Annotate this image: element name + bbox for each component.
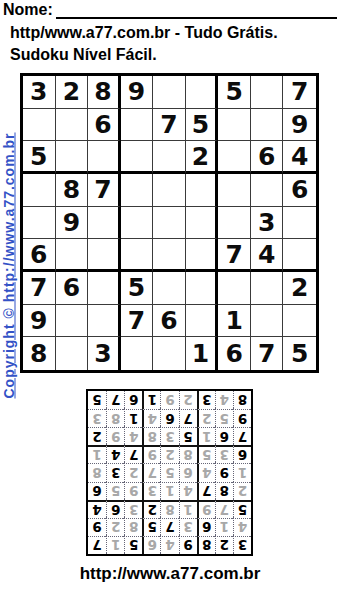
solution-cell-r4c4: 4 (179, 482, 197, 500)
solution-cell-r5c8: 3 (106, 463, 124, 481)
solution-cell-r6c8: 4 (106, 445, 124, 463)
cell-r8c5[interactable]: 6 (153, 305, 186, 338)
cell-r4c3[interactable]: 7 (88, 174, 121, 207)
solution-cell-r4c5: 1 (160, 482, 178, 500)
solution-cell-r9c9: 5 (88, 391, 106, 409)
solution-cell-r5c2: 9 (215, 463, 233, 481)
solution-cell-r9c5: 9 (160, 391, 178, 409)
cell-r1c2[interactable]: 2 (56, 76, 89, 109)
solution-cell-r8c2: 5 (215, 409, 233, 427)
solution-cell-r6c5: 2 (160, 445, 178, 463)
solution-cell-r5c3: 4 (197, 463, 215, 481)
cell-r9c5[interactable] (153, 337, 186, 370)
solution-cell-r2c7: 8 (124, 518, 142, 536)
cell-r2c9[interactable]: 9 (283, 109, 316, 142)
solution-cell-r4c9: 6 (88, 482, 106, 500)
cell-r6c9[interactable] (283, 239, 316, 272)
solution-cell-r4c1: 2 (233, 482, 251, 500)
solution-cell-r6c1: 6 (233, 445, 251, 463)
sudoku-grid: 328957675952648769367476529761831675 (20, 73, 319, 373)
solution-cell-r6c4: 8 (179, 445, 197, 463)
cell-r1c4[interactable]: 9 (121, 76, 154, 109)
solution-cell-r3c2: 7 (215, 500, 233, 518)
cell-r2c8[interactable] (251, 109, 284, 142)
solution-cell-r7c8: 9 (106, 427, 124, 445)
cell-r1c8[interactable] (251, 76, 284, 109)
solution-cell-r1c4: 9 (179, 536, 197, 554)
cell-r6c5[interactable] (153, 239, 186, 272)
name-label: Nome: (3, 1, 53, 19)
name-underline (56, 2, 337, 19)
cell-r3c2[interactable] (56, 141, 89, 174)
cell-r9c2[interactable] (56, 337, 89, 370)
solution-cell-r3c3: 9 (197, 500, 215, 518)
solution-cell-r6c6: 9 (142, 445, 160, 463)
cell-r9c6[interactable]: 1 (186, 337, 219, 370)
cell-r2c1[interactable] (23, 109, 56, 142)
cell-r5c7[interactable] (218, 207, 251, 240)
cell-r5c4[interactable] (121, 207, 154, 240)
solution-cell-r7c9: 2 (88, 427, 106, 445)
cell-r3c9[interactable]: 4 (283, 141, 316, 174)
cell-r4c1[interactable] (23, 174, 56, 207)
solution-cell-r7c1: 7 (233, 427, 251, 445)
solution-cell-r3c8: 6 (106, 500, 124, 518)
cell-r2c4[interactable] (121, 109, 154, 142)
cell-r8c9[interactable] (283, 305, 316, 338)
cell-r6c4[interactable] (121, 239, 154, 272)
cell-r4c4[interactable] (121, 174, 154, 207)
cell-r6c6[interactable] (186, 239, 219, 272)
solution-cell-r7c7: 4 (124, 427, 142, 445)
solution-cell-r4c6: 3 (142, 482, 160, 500)
solution-cell-r5c7: 2 (124, 463, 142, 481)
cell-r9c9[interactable]: 5 (283, 337, 316, 370)
solution-cell-r9c8: 7 (106, 391, 124, 409)
solution-cell-r9c6: 1 (142, 391, 160, 409)
solution-cell-r3c6: 2 (142, 500, 160, 518)
solution-cell-r8c3: 2 (197, 409, 215, 427)
cell-r4c2[interactable]: 8 (56, 174, 89, 207)
cell-r8c2[interactable] (56, 305, 89, 338)
solution-cell-r2c6: 5 (142, 518, 160, 536)
cell-r2c5[interactable]: 7 (153, 109, 186, 142)
cell-r5c2[interactable]: 9 (56, 207, 89, 240)
cell-r2c3[interactable]: 6 (88, 109, 121, 142)
solution-cell-r9c4: 2 (179, 391, 197, 409)
cell-r2c7[interactable] (218, 109, 251, 142)
cell-r1c6[interactable] (186, 76, 219, 109)
solution-cell-r1c5: 4 (160, 536, 178, 554)
solution-cell-r1c1: 3 (233, 536, 251, 554)
solution-cell-r2c2: 1 (215, 518, 233, 536)
cell-r9c7[interactable]: 6 (218, 337, 251, 370)
solution-cell-r3c9: 4 (88, 500, 106, 518)
solution-cell-r6c2: 3 (215, 445, 233, 463)
cell-r3c8[interactable]: 6 (251, 141, 284, 174)
cell-r8c8[interactable] (251, 305, 284, 338)
cell-r4c8[interactable] (251, 174, 284, 207)
solution-cell-r2c3: 6 (197, 518, 215, 536)
cell-r6c7[interactable]: 7 (218, 239, 251, 272)
cell-r4c5[interactable] (153, 174, 186, 207)
cell-r7c8[interactable] (251, 272, 284, 305)
solution-cell-r7c5: 3 (160, 427, 178, 445)
solution-cell-r3c7: 3 (124, 500, 142, 518)
solution-cell-r5c4: 6 (179, 463, 197, 481)
cell-r1c7[interactable]: 5 (218, 76, 251, 109)
solution-cell-r5c6: 7 (142, 463, 160, 481)
cell-r8c3[interactable] (88, 305, 121, 338)
cell-r8c4[interactable]: 7 (121, 305, 154, 338)
solution-cell-r1c7: 5 (124, 536, 142, 554)
cell-r3c1[interactable]: 5 (23, 141, 56, 174)
cell-r7c1[interactable]: 7 (23, 272, 56, 305)
cell-r9c4[interactable] (121, 337, 154, 370)
cell-r6c1[interactable]: 6 (23, 239, 56, 272)
solution-cell-r2c5: 7 (160, 518, 178, 536)
cell-r5c6[interactable] (186, 207, 219, 240)
solution-cell-r3c4: 1 (179, 500, 197, 518)
cell-r6c8[interactable]: 4 (251, 239, 284, 272)
cell-r5c3[interactable] (88, 207, 121, 240)
copyright-vertical-text: Copyright © http://www.a77.com.br (1, 86, 18, 446)
cell-r8c6[interactable] (186, 305, 219, 338)
solution-cell-r1c3: 8 (197, 536, 215, 554)
solution-cell-r7c2: 6 (215, 427, 233, 445)
solution-cell-r4c3: 7 (197, 482, 215, 500)
solution-grid: 3289465174163758295791823642874139561946… (86, 389, 253, 556)
cell-r1c5[interactable] (153, 76, 186, 109)
solution-cell-r1c9: 7 (88, 536, 106, 554)
solution-cell-r8c6: 4 (142, 409, 160, 427)
solution-cell-r2c4: 3 (179, 518, 197, 536)
cell-r7c2[interactable]: 6 (56, 272, 89, 305)
cell-r3c7[interactable] (218, 141, 251, 174)
solution-cell-r8c7: 1 (124, 409, 142, 427)
solution-cell-r2c8: 2 (106, 518, 124, 536)
cell-r7c9[interactable]: 2 (283, 272, 316, 305)
cell-r4c6[interactable] (186, 174, 219, 207)
solution-cell-r4c2: 8 (215, 482, 233, 500)
solution-cell-r9c2: 4 (215, 391, 233, 409)
cell-r3c4[interactable] (121, 141, 154, 174)
cell-r5c9[interactable] (283, 207, 316, 240)
solution-cell-r8c5: 6 (160, 409, 178, 427)
solution-cell-r7c3: 1 (197, 427, 215, 445)
solution-cell-r1c2: 2 (215, 536, 233, 554)
solution-cell-r6c7: 7 (124, 445, 142, 463)
solution-cell-r9c3: 3 (197, 391, 215, 409)
name-row: Nome: (3, 1, 337, 19)
solution-cell-r9c1: 8 (233, 391, 251, 409)
cell-r8c1[interactable]: 9 (23, 305, 56, 338)
site-title: http/www.a77.com.br - Tudo Grátis. (10, 24, 278, 42)
cell-r3c5[interactable] (153, 141, 186, 174)
solution-cell-r2c1: 4 (233, 518, 251, 536)
solution-cell-r6c3: 5 (197, 445, 215, 463)
cell-r7c7[interactable] (218, 272, 251, 305)
solution-cell-r1c8: 1 (106, 536, 124, 554)
cell-r2c2[interactable] (56, 109, 89, 142)
cell-r4c9[interactable]: 6 (283, 174, 316, 207)
cell-r5c5[interactable] (153, 207, 186, 240)
page: Nome: http/www.a77.com.br - Tudo Grátis.… (0, 0, 340, 596)
cell-r6c2[interactable] (56, 239, 89, 272)
puzzle-level-title: Sudoku Nível Fácil. (10, 46, 157, 64)
solution-cell-r6c9: 1 (88, 445, 106, 463)
solution-cell-r8c1: 9 (233, 409, 251, 427)
solution-cell-r9c7: 6 (124, 391, 142, 409)
cell-r9c8[interactable]: 7 (251, 337, 284, 370)
cell-r7c6[interactable] (186, 272, 219, 305)
solution-cell-r2c9: 9 (88, 518, 106, 536)
cell-r1c3[interactable]: 8 (88, 76, 121, 109)
solution-cell-r5c5: 5 (160, 463, 178, 481)
cell-r1c9[interactable]: 7 (283, 76, 316, 109)
cell-r9c3[interactable]: 3 (88, 337, 121, 370)
cell-r3c6[interactable]: 2 (186, 141, 219, 174)
cell-r3c3[interactable] (88, 141, 121, 174)
solution-cell-r7c6: 8 (142, 427, 160, 445)
cell-r7c5[interactable] (153, 272, 186, 305)
solution-cell-r3c1: 5 (233, 500, 251, 518)
solution-cell-r1c6: 6 (142, 536, 160, 554)
solution-cell-r4c7: 9 (124, 482, 142, 500)
cell-r7c3[interactable] (88, 272, 121, 305)
cell-r2c6[interactable]: 5 (186, 109, 219, 142)
cell-r6c3[interactable] (88, 239, 121, 272)
solution-cell-r4c8: 5 (106, 482, 124, 500)
solution-cell-r8c8: 8 (106, 409, 124, 427)
solution-cell-r8c4: 7 (179, 409, 197, 427)
solution-cell-r7c4: 5 (179, 427, 197, 445)
cell-r9c1[interactable]: 8 (23, 337, 56, 370)
cell-r1c1[interactable]: 3 (23, 76, 56, 109)
solution-cell-r5c1: 1 (233, 463, 251, 481)
cell-r5c1[interactable] (23, 207, 56, 240)
cell-r4c7[interactable] (218, 174, 251, 207)
solution-cell-r8c9: 3 (88, 409, 106, 427)
solution-cell-r3c5: 8 (160, 500, 178, 518)
footer-url: http://www.a77.com.br (0, 564, 340, 584)
solution-cell-r5c9: 8 (88, 463, 106, 481)
cell-r7c4[interactable]: 5 (121, 272, 154, 305)
cell-r5c8[interactable]: 3 (251, 207, 284, 240)
cell-r8c7[interactable]: 1 (218, 305, 251, 338)
